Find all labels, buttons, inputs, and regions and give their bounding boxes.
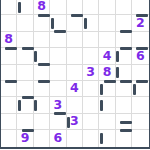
cell-r9c6[interactable]: [83, 130, 99, 146]
puzzle-board: 828463843396: [0, 0, 150, 149]
consecutive-marker-v: [133, 84, 136, 95]
cell-r2c9[interactable]: 2: [132, 15, 148, 31]
cell-r1c6[interactable]: [83, 0, 99, 15]
cell-r4c2[interactable]: [17, 48, 33, 64]
cell-r1c7[interactable]: [99, 0, 115, 15]
consecutive-marker-v: [116, 67, 119, 78]
consecutive-marker-h: [38, 63, 50, 66]
cell-r2c7[interactable]: [99, 15, 115, 31]
cell-r3c5[interactable]: [67, 32, 83, 48]
cell-r8c4[interactable]: [50, 114, 66, 130]
cell-r8c3[interactable]: [34, 114, 50, 130]
consecutive-marker-h: [38, 14, 50, 17]
cell-r4c4[interactable]: [50, 48, 66, 64]
cell-r5c1[interactable]: [1, 65, 17, 81]
consecutive-marker-h: [120, 47, 132, 50]
given-digit: 3: [54, 99, 63, 112]
cell-r3c1[interactable]: 8: [1, 32, 17, 48]
cell-r4c9[interactable]: 6: [132, 48, 148, 64]
cell-r3c3[interactable]: [34, 32, 50, 48]
given-digit: 8: [37, 0, 46, 13]
cell-r7c4[interactable]: 3: [50, 97, 66, 113]
cell-r3c7[interactable]: [99, 32, 115, 48]
cell-r8c6[interactable]: [83, 114, 99, 130]
cell-r4c5[interactable]: [67, 48, 83, 64]
consecutive-marker-v: [100, 100, 103, 111]
given-digit: 6: [136, 50, 145, 63]
cell-r2c5[interactable]: [67, 15, 83, 31]
cell-r8c7[interactable]: [99, 114, 115, 130]
cell-r4c7[interactable]: 4: [99, 48, 115, 64]
cell-r6c3[interactable]: [34, 81, 50, 97]
consecutive-marker-h: [104, 80, 116, 83]
consecutive-marker-h: [54, 30, 66, 33]
given-digit: 8: [4, 33, 13, 46]
cell-r6c4[interactable]: [50, 81, 66, 97]
consecutive-marker-v: [100, 84, 103, 95]
cell-r9c3[interactable]: [34, 130, 50, 146]
given-digit: 4: [103, 50, 112, 63]
consecutive-marker-v: [67, 117, 70, 128]
cell-r3c9[interactable]: [132, 32, 148, 48]
given-digit: 8: [103, 66, 112, 79]
cell-r2c3[interactable]: [34, 15, 50, 31]
cell-r8c9[interactable]: [132, 114, 148, 130]
cell-r7c5[interactable]: [67, 97, 83, 113]
consecutive-marker-v: [18, 2, 21, 13]
consecutive-marker-h: [22, 96, 34, 99]
cell-r9c9[interactable]: [132, 130, 148, 146]
cell-r1c1[interactable]: [1, 0, 17, 15]
cell-r7c9[interactable]: [132, 97, 148, 113]
cell-r5c6[interactable]: 3: [83, 65, 99, 81]
cell-r7c6[interactable]: [83, 97, 99, 113]
cell-r9c4[interactable]: 6: [50, 130, 66, 146]
cell-r1c8[interactable]: [116, 0, 132, 15]
puzzle-grid: 828463843396: [1, 0, 149, 147]
given-digit: 2: [136, 17, 145, 30]
cell-r5c7[interactable]: 8: [99, 65, 115, 81]
given-digit: 6: [54, 132, 63, 145]
consecutive-marker-h: [5, 80, 17, 83]
cell-r3c4[interactable]: [50, 32, 66, 48]
cell-r5c4[interactable]: [50, 65, 66, 81]
consecutive-marker-h: [38, 80, 50, 83]
cell-r3c2[interactable]: [17, 32, 33, 48]
consecutive-marker-h: [136, 47, 148, 50]
cell-r5c5[interactable]: [67, 65, 83, 81]
cell-r8c2[interactable]: [17, 114, 33, 130]
cell-r7c1[interactable]: [1, 97, 17, 113]
given-digit: 3: [70, 115, 79, 128]
consecutive-marker-h: [22, 129, 34, 132]
consecutive-marker-h: [120, 80, 132, 83]
cell-r6c2[interactable]: [17, 81, 33, 97]
consecutive-marker-v: [18, 100, 21, 111]
cell-r6c6[interactable]: [83, 81, 99, 97]
cell-dash-mark: [120, 121, 132, 124]
cell-r9c2[interactable]: 9: [17, 130, 33, 146]
consecutive-marker-v: [51, 18, 54, 29]
consecutive-marker-v: [116, 51, 119, 62]
cell-r5c9[interactable]: [132, 65, 148, 81]
consecutive-marker-v: [34, 100, 37, 111]
given-digit: 3: [86, 66, 95, 79]
cell-r4c1[interactable]: [1, 48, 17, 64]
cell-r5c3[interactable]: [34, 65, 50, 81]
cell-r3c6[interactable]: [83, 32, 99, 48]
cell-r6c1[interactable]: [1, 81, 17, 97]
cell-r7c8[interactable]: [116, 97, 132, 113]
given-digit: 9: [21, 132, 30, 145]
cell-r1c4[interactable]: [50, 0, 66, 15]
cell-r5c2[interactable]: [17, 65, 33, 81]
cell-r9c8[interactable]: [116, 130, 132, 146]
consecutive-marker-h: [120, 129, 132, 132]
cell-r2c2[interactable]: [17, 15, 33, 31]
cell-r9c1[interactable]: [1, 130, 17, 146]
cell-r9c5[interactable]: [67, 130, 83, 146]
consecutive-marker-v: [84, 18, 87, 29]
consecutive-marker-h: [136, 80, 148, 83]
given-digit: 4: [70, 82, 79, 95]
cell-r6c5[interactable]: 4: [67, 81, 83, 97]
consecutive-marker-h: [22, 47, 34, 50]
consecutive-marker-h: [120, 30, 132, 33]
cell-r6c8[interactable]: [116, 81, 132, 97]
consecutive-marker-h: [54, 112, 66, 115]
consecutive-marker-h: [71, 14, 83, 17]
consecutive-marker-v: [100, 133, 103, 144]
consecutive-marker-v: [34, 51, 37, 62]
consecutive-marker-h: [5, 47, 17, 50]
cell-r8c1[interactable]: [1, 114, 17, 130]
cell-r3c8[interactable]: [116, 32, 132, 48]
consecutive-marker-h: [136, 14, 148, 17]
puzzle-screen: 828463843396: [0, 0, 150, 150]
cell-r2c1[interactable]: [1, 15, 17, 31]
cell-r4c6[interactable]: [83, 48, 99, 64]
